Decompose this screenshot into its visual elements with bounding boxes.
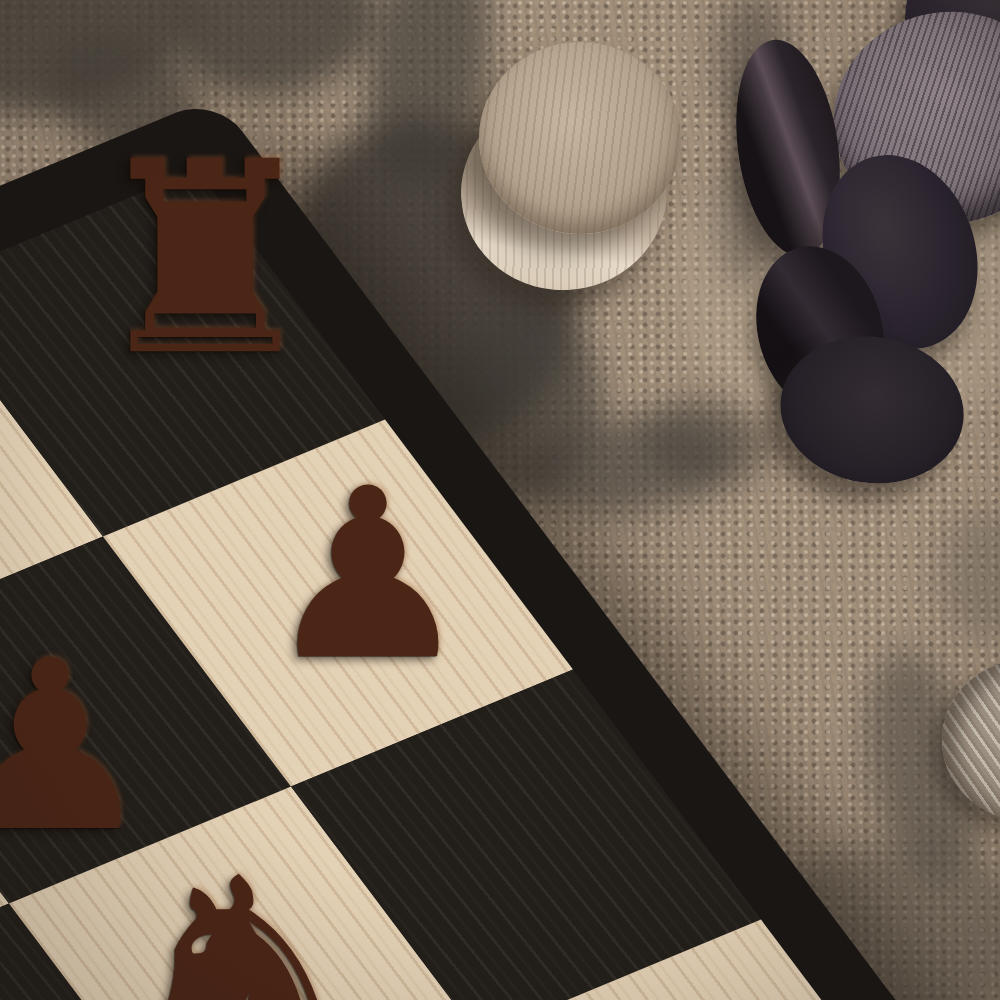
checkers-layer (0, 0, 1000, 1000)
checker-disc-light-right-edge (942, 659, 1000, 821)
checker-disc-light-top (479, 42, 681, 234)
photo-scene: ♜♟♟♞ (0, 0, 1000, 1000)
